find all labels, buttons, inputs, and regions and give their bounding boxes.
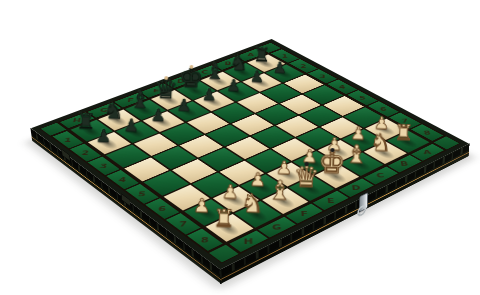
piece-light-pawn-f7: ♟: [249, 170, 266, 189]
board-top: 12345678 ABCDEFGH ♜♟♟♜♞♟♟♞♝♟♟♝♚♟♟♚♛♟♟♛♝♟…: [31, 39, 469, 269]
piece-light-bishop-c8: ♝: [345, 141, 368, 167]
piece-dark-bishop-c1: ♝: [205, 60, 226, 83]
piece-light-pawn-h7: ♟: [193, 195, 211, 215]
piece-light-king-d8: ♚: [318, 147, 346, 179]
piece-light-pawn-e7: ♟: [276, 158, 293, 176]
piece-dark-pawn-f2: ♟: [150, 106, 166, 123]
piece-dark-rook-h1: ♜: [76, 111, 96, 133]
piece-dark-pawn-a2: ♟: [273, 59, 287, 75]
piece-dark-pawn-g2: ♟: [123, 117, 139, 135]
piece-dark-knight-g1: ♞: [103, 99, 124, 122]
piece-light-queen-e8: ♛: [293, 161, 320, 191]
piece-dark-pawn-b2: ♟: [250, 68, 265, 84]
piece-dark-pawn-c2: ♟: [226, 77, 241, 94]
piece-dark-queen-e1: ♛: [154, 75, 178, 102]
piece-dark-knight-b1: ♞: [229, 52, 249, 74]
chess-set-photo: 12345678 ABCDEFGH ♜♟♟♜♞♟♟♞♝♟♟♝♚♟♟♚♛♟♟♛♝♟…: [0, 0, 480, 295]
piece-light-rook-h8: ♜: [213, 206, 235, 231]
piece-dark-king-d1: ♚: [178, 64, 203, 92]
piece-dark-pawn-e2: ♟: [176, 96, 191, 113]
piece-dark-bishop-f1: ♝: [129, 88, 151, 112]
piece-light-pawn-g7: ♟: [222, 183, 239, 202]
piece-dark-rook-a1: ♜: [253, 45, 271, 64]
folding-chess-box: 12345678 ABCDEFGH ♜♟♟♜♞♟♟♞♝♟♟♝♚♟♟♚♛♟♟♛♝♟…: [31, 39, 469, 269]
piece-light-bishop-f8: ♝: [268, 177, 292, 204]
piece-dark-pawn-h2: ♟: [96, 127, 112, 145]
piece-light-knight-g8: ♞: [240, 190, 264, 216]
piece-dark-pawn-d2: ♟: [202, 86, 217, 103]
piece-light-rook-a8: ♜: [394, 122, 414, 144]
piece-light-knight-b8: ♞: [370, 131, 392, 155]
